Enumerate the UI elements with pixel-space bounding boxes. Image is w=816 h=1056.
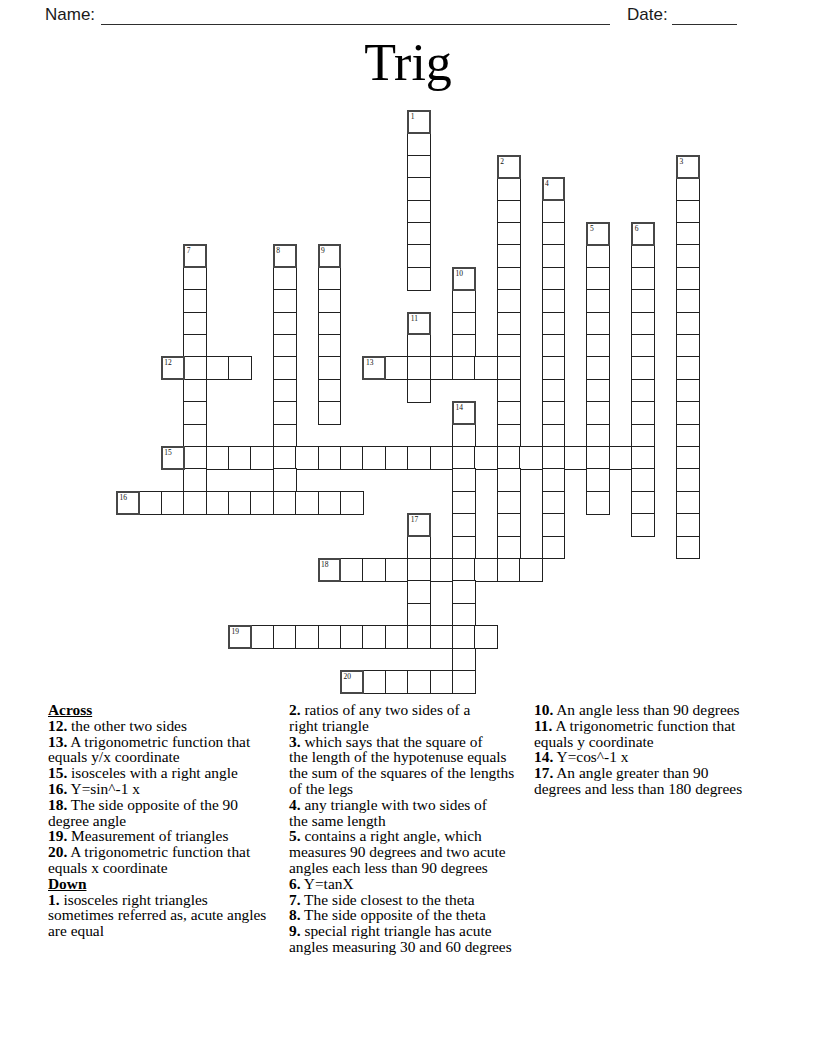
cell-r9c19[interactable] — [542, 312, 566, 336]
cell-r17c0[interactable]: 16 — [116, 491, 140, 515]
cell-r15c20[interactable] — [564, 446, 588, 470]
cell-r11c19[interactable] — [542, 356, 566, 380]
cell-r23c8[interactable] — [295, 625, 319, 649]
cell-r11c7[interactable] — [273, 356, 297, 380]
cell-r20c13[interactable] — [407, 558, 431, 582]
cell-r20c11[interactable] — [362, 558, 386, 582]
clue-down-1: 1. isosceles right triangles sometimes r… — [48, 892, 285, 939]
cell-r6c21[interactable] — [586, 244, 610, 268]
cell-r19c25[interactable] — [676, 536, 700, 560]
cell-r15c11[interactable] — [362, 446, 386, 470]
cell-r3c25[interactable] — [676, 177, 700, 201]
cell-r23c7[interactable] — [273, 625, 297, 649]
cell-r10c7[interactable] — [273, 334, 297, 358]
cell-r20c10[interactable] — [340, 558, 364, 582]
cell-r12c25[interactable] — [676, 379, 700, 403]
cell-r8c17[interactable] — [497, 289, 521, 313]
cell-r17c15[interactable] — [452, 491, 476, 515]
cell-r9c9[interactable] — [318, 312, 342, 336]
cell-r20c17[interactable] — [497, 558, 521, 582]
cell-r13c19[interactable] — [542, 401, 566, 425]
cell-r9c7[interactable] — [273, 312, 297, 336]
cell-r13c9[interactable] — [318, 401, 342, 425]
cell-r12c23[interactable] — [631, 379, 655, 403]
cell-r12c13[interactable] — [407, 379, 431, 403]
cell-r25c11[interactable] — [362, 670, 386, 694]
cell-r6c23[interactable] — [631, 244, 655, 268]
name-blank-line — [101, 24, 610, 25]
date-label: Date: — [627, 5, 668, 25]
cell-r14c25[interactable] — [676, 424, 700, 448]
clue-number-16: 16 — [120, 493, 128, 502]
clue-number-9: 9 — [321, 246, 325, 255]
cell-r6c7[interactable]: 8 — [273, 244, 297, 268]
cell-r15c15[interactable] — [452, 446, 476, 470]
clue-number-17: 17 — [411, 515, 419, 524]
cell-r9c15[interactable] — [452, 312, 476, 336]
cell-r5c23[interactable]: 6 — [631, 222, 655, 246]
cell-r11c13[interactable] — [407, 356, 431, 380]
cell-r15c12[interactable] — [385, 446, 409, 470]
cell-r9c3[interactable] — [183, 312, 207, 336]
date-blank-line — [672, 24, 737, 25]
cell-r7c19[interactable] — [542, 267, 566, 291]
cell-r18c13[interactable]: 17 — [407, 513, 431, 537]
cell-r23c10[interactable] — [340, 625, 364, 649]
cell-r15c18[interactable] — [519, 446, 543, 470]
cell-r5c25[interactable] — [676, 222, 700, 246]
cell-r7c3[interactable] — [183, 267, 207, 291]
cell-r15c13[interactable] — [407, 446, 431, 470]
cell-r14c17[interactable] — [497, 424, 521, 448]
cell-r7c23[interactable] — [631, 267, 655, 291]
clue-down-7: 7. The side closest to the theta — [289, 892, 527, 908]
cell-r8c21[interactable] — [586, 289, 610, 313]
clue-number-3: 3 — [680, 157, 684, 166]
cell-r17c10[interactable] — [340, 491, 364, 515]
cell-r10c25[interactable] — [676, 334, 700, 358]
cell-r16c15[interactable] — [452, 468, 476, 492]
cell-r6c9[interactable]: 9 — [318, 244, 342, 268]
cell-r7c13[interactable] — [407, 267, 431, 291]
cell-r4c25[interactable] — [676, 200, 700, 224]
cell-r11c3[interactable] — [183, 356, 207, 380]
clue-down-9: 9. special right triangle has acute angl… — [289, 923, 527, 955]
cell-r12c17[interactable] — [497, 379, 521, 403]
cell-r12c3[interactable] — [183, 379, 207, 403]
clue-across-19: 19. Measurement of triangles — [48, 828, 285, 844]
cell-r17c23[interactable] — [631, 491, 655, 515]
clue-number-11: 11 — [411, 314, 418, 323]
cell-r8c23[interactable] — [631, 289, 655, 313]
cell-r7c9[interactable] — [318, 267, 342, 291]
clue-across-20: 20. A trigonometric function that equals… — [48, 844, 285, 876]
page-title: Trig — [0, 34, 816, 92]
cell-r17c9[interactable] — [318, 491, 342, 515]
cell-r16c3[interactable] — [183, 468, 207, 492]
cell-r10c3[interactable] — [183, 334, 207, 358]
cell-r4c17[interactable] — [497, 200, 521, 224]
cell-r18c25[interactable] — [676, 513, 700, 537]
cell-r14c23[interactable] — [631, 424, 655, 448]
clue-across-12: 12. the other two sides — [48, 718, 285, 734]
cell-r5c21[interactable]: 5 — [586, 222, 610, 246]
clue-number-2: 2 — [500, 157, 504, 166]
cell-r23c13[interactable] — [407, 625, 431, 649]
clue-number-13: 13 — [366, 358, 374, 367]
cell-r9c21[interactable] — [586, 312, 610, 336]
cell-r17c1[interactable] — [138, 491, 162, 515]
cell-r10c23[interactable] — [631, 334, 655, 358]
cell-r12c9[interactable] — [318, 379, 342, 403]
cell-r20c16[interactable] — [474, 558, 498, 582]
cell-r8c25[interactable] — [676, 289, 700, 313]
cell-r11c14[interactable] — [430, 356, 454, 380]
worksheet-page: Name: Date: Trig 12345678910111213141516… — [0, 0, 816, 1056]
clue-number-5: 5 — [590, 224, 594, 233]
cell-r16c7[interactable] — [273, 468, 297, 492]
cell-r6c25[interactable] — [676, 244, 700, 268]
cell-r12c21[interactable] — [586, 379, 610, 403]
clue-down-8: 8. The side opposite of the theta — [289, 907, 527, 923]
cell-r7c17[interactable] — [497, 267, 521, 291]
cell-r19c13[interactable] — [407, 536, 431, 560]
clue-number-15: 15 — [164, 448, 172, 457]
cell-r6c17[interactable] — [497, 244, 521, 268]
cell-r11c17[interactable] — [497, 356, 521, 380]
cell-r7c25[interactable] — [676, 267, 700, 291]
name-label: Name: — [45, 5, 95, 25]
cell-r23c11[interactable] — [362, 625, 386, 649]
cell-r14c19[interactable] — [542, 424, 566, 448]
cell-r8c7[interactable] — [273, 289, 297, 313]
cell-r12c7[interactable] — [273, 379, 297, 403]
clue-number-6: 6 — [635, 224, 639, 233]
cell-r23c5[interactable]: 19 — [228, 625, 252, 649]
cell-r1c13[interactable] — [407, 132, 431, 156]
cell-r11c16[interactable] — [474, 356, 498, 380]
cell-r9c23[interactable] — [631, 312, 655, 336]
cell-r11c2[interactable]: 12 — [161, 356, 185, 380]
cell-r10c13[interactable] — [407, 334, 431, 358]
cell-r0c13[interactable]: 1 — [407, 110, 431, 134]
cell-r13c17[interactable] — [497, 401, 521, 425]
cell-r15c10[interactable] — [340, 446, 364, 470]
cell-r13c25[interactable] — [676, 401, 700, 425]
cell-r15c5[interactable] — [228, 446, 252, 470]
clue-number-4: 4 — [545, 179, 549, 188]
clues-column-1: Across12. the other two sides13. A trigo… — [48, 702, 285, 939]
cell-r14c21[interactable] — [586, 424, 610, 448]
cell-r5c17[interactable] — [497, 222, 521, 246]
cell-r17c21[interactable] — [586, 491, 610, 515]
cell-r20c9[interactable]: 18 — [318, 558, 342, 582]
cell-r6c13[interactable] — [407, 244, 431, 268]
cell-r8c9[interactable] — [318, 289, 342, 313]
cell-r25c13[interactable] — [407, 670, 431, 694]
cell-r19c15[interactable] — [452, 536, 476, 560]
cell-r11c23[interactable] — [631, 356, 655, 380]
clues-column-2: 2. ratios of any two sides of a right tr… — [289, 702, 527, 955]
cell-r22c15[interactable] — [452, 603, 476, 627]
cell-r10c9[interactable] — [318, 334, 342, 358]
cell-r23c9[interactable] — [318, 625, 342, 649]
cell-r15c21[interactable] — [586, 446, 610, 470]
cell-r15c4[interactable] — [206, 446, 230, 470]
cell-r19c19[interactable] — [542, 536, 566, 560]
cell-r13c15[interactable]: 14 — [452, 401, 476, 425]
cell-r11c11[interactable]: 13 — [362, 356, 386, 380]
cell-r4c13[interactable] — [407, 200, 431, 224]
clue-down-11: 11. A trigonometric function that equals… — [534, 718, 766, 750]
cell-r5c13[interactable] — [407, 222, 431, 246]
cell-r18c17[interactable] — [497, 513, 521, 537]
cell-r11c21[interactable] — [586, 356, 610, 380]
cell-r10c17[interactable] — [497, 334, 521, 358]
cell-r2c13[interactable] — [407, 155, 431, 179]
cell-r16c25[interactable] — [676, 468, 700, 492]
cell-r17c7[interactable] — [273, 491, 297, 515]
cell-r22c13[interactable] — [407, 603, 431, 627]
cell-r17c4[interactable] — [206, 491, 230, 515]
cell-r11c4[interactable] — [206, 356, 230, 380]
clue-across-16: 16. Y=sin^-1 x — [48, 781, 285, 797]
cell-r7c21[interactable] — [586, 267, 610, 291]
clue-down-2: 2. ratios of any two sides of a right tr… — [289, 702, 527, 734]
cell-r18c15[interactable] — [452, 513, 476, 537]
cell-r2c17[interactable]: 2 — [497, 155, 521, 179]
cell-r12c19[interactable] — [542, 379, 566, 403]
cell-r10c15[interactable] — [452, 334, 476, 358]
cell-r15c2[interactable]: 15 — [161, 446, 185, 470]
cell-r11c5[interactable] — [228, 356, 252, 380]
cell-r17c8[interactable] — [295, 491, 319, 515]
cell-r23c12[interactable] — [385, 625, 409, 649]
cell-r18c19[interactable] — [542, 513, 566, 537]
cell-r16c21[interactable] — [586, 468, 610, 492]
cell-r15c22[interactable] — [609, 446, 633, 470]
cell-r7c7[interactable] — [273, 267, 297, 291]
cell-r7c15[interactable]: 10 — [452, 267, 476, 291]
cell-r11c12[interactable] — [385, 356, 409, 380]
down-heading: Down — [48, 876, 285, 892]
clue-number-7: 7 — [187, 246, 191, 255]
clue-number-20: 20 — [344, 672, 352, 681]
clue-number-19: 19 — [232, 627, 240, 636]
cell-r13c21[interactable] — [586, 401, 610, 425]
cell-r17c19[interactable] — [542, 491, 566, 515]
clue-down-3: 3. which says that the square of the len… — [289, 734, 527, 797]
clue-number-12: 12 — [164, 358, 172, 367]
clue-across-13: 13. A trigonometric function that equals… — [48, 734, 285, 766]
cell-r20c15[interactable] — [452, 558, 476, 582]
cell-r10c21[interactable] — [586, 334, 610, 358]
cell-r10c19[interactable] — [542, 334, 566, 358]
cell-r15c17[interactable] — [497, 446, 521, 470]
cell-r20c12[interactable] — [385, 558, 409, 582]
cell-r20c14[interactable] — [430, 558, 454, 582]
cell-r11c25[interactable] — [676, 356, 700, 380]
cell-r25c10[interactable]: 20 — [340, 670, 364, 694]
cell-r8c3[interactable] — [183, 289, 207, 313]
cell-r25c12[interactable] — [385, 670, 409, 694]
cell-r25c14[interactable] — [430, 670, 454, 694]
clue-down-5: 5. contains a right angle, which measure… — [289, 828, 527, 875]
cell-r15c6[interactable] — [250, 446, 274, 470]
cell-r17c3[interactable] — [183, 491, 207, 515]
clue-down-17: 17. An angle greater than 90 degrees and… — [534, 765, 766, 797]
cell-r16c23[interactable] — [631, 468, 655, 492]
clues-section: Across12. the other two sides13. A trigo… — [0, 702, 816, 958]
cell-r24c15[interactable] — [452, 648, 476, 672]
cell-r16c17[interactable] — [497, 468, 521, 492]
clue-across-18: 18. The side opposite of the 90 degree a… — [48, 797, 285, 829]
cell-r14c7[interactable] — [273, 424, 297, 448]
cell-r15c19[interactable] — [542, 446, 566, 470]
cell-r15c8[interactable] — [295, 446, 319, 470]
cell-r4c19[interactable] — [542, 200, 566, 224]
clue-number-8: 8 — [276, 246, 280, 255]
cell-r15c25[interactable] — [676, 446, 700, 470]
cell-r3c13[interactable] — [407, 177, 431, 201]
cell-r17c6[interactable] — [250, 491, 274, 515]
cell-r23c6[interactable] — [250, 625, 274, 649]
cell-r6c19[interactable] — [542, 244, 566, 268]
clue-down-6: 6. Y=tanX — [289, 876, 527, 892]
across-heading: Across — [48, 702, 285, 718]
cell-r14c15[interactable] — [452, 424, 476, 448]
cell-r3c19[interactable]: 4 — [542, 177, 566, 201]
cell-r21c15[interactable] — [452, 580, 476, 604]
clue-number-14: 14 — [456, 403, 464, 412]
clue-down-10: 10. An angle less than 90 degrees — [534, 702, 766, 718]
cell-r2c25[interactable]: 3 — [676, 155, 700, 179]
cell-r17c17[interactable] — [497, 491, 521, 515]
cell-r23c16[interactable] — [474, 625, 498, 649]
cell-r5c19[interactable] — [542, 222, 566, 246]
cell-r20c18[interactable] — [519, 558, 543, 582]
cell-r17c25[interactable] — [676, 491, 700, 515]
cell-r9c25[interactable] — [676, 312, 700, 336]
cell-r13c7[interactable] — [273, 401, 297, 425]
cell-r25c15[interactable] — [452, 670, 476, 694]
cell-r15c23[interactable] — [631, 446, 655, 470]
cell-r13c23[interactable] — [631, 401, 655, 425]
cell-r23c15[interactable] — [452, 625, 476, 649]
cell-r15c3[interactable] — [183, 446, 207, 470]
cell-r19c17[interactable] — [497, 536, 521, 560]
cell-r15c14[interactable] — [430, 446, 454, 470]
cell-r9c17[interactable] — [497, 312, 521, 336]
clue-across-15: 15. isosceles with a right angle — [48, 765, 285, 781]
cell-r15c9[interactable] — [318, 446, 342, 470]
clue-down-4: 4. any triangle with two sides of the sa… — [289, 797, 527, 829]
cell-r17c5[interactable] — [228, 491, 252, 515]
cell-r16c19[interactable] — [542, 468, 566, 492]
clue-number-10: 10 — [456, 269, 464, 278]
cell-r15c16[interactable] — [474, 446, 498, 470]
clue-down-14: 14. Y=cos^-1 x — [534, 749, 766, 765]
cell-r18c23[interactable] — [631, 513, 655, 537]
clue-number-1: 1 — [411, 112, 415, 121]
cell-r6c3[interactable]: 7 — [183, 244, 207, 268]
cell-r8c15[interactable] — [452, 289, 476, 313]
clue-number-18: 18 — [321, 560, 329, 569]
cell-r3c17[interactable] — [497, 177, 521, 201]
cell-r14c3[interactable] — [183, 424, 207, 448]
cell-r23c14[interactable] — [430, 625, 454, 649]
cell-r11c15[interactable] — [452, 356, 476, 380]
cell-r8c19[interactable] — [542, 289, 566, 313]
clues-column-3: 10. An angle less than 90 degrees11. A t… — [534, 702, 766, 797]
cell-r21c13[interactable] — [407, 580, 431, 604]
cell-r13c3[interactable] — [183, 401, 207, 425]
cell-r11c9[interactable] — [318, 356, 342, 380]
cell-r9c13[interactable]: 11 — [407, 312, 431, 336]
cell-r17c2[interactable] — [161, 491, 185, 515]
cell-r15c7[interactable] — [273, 446, 297, 470]
